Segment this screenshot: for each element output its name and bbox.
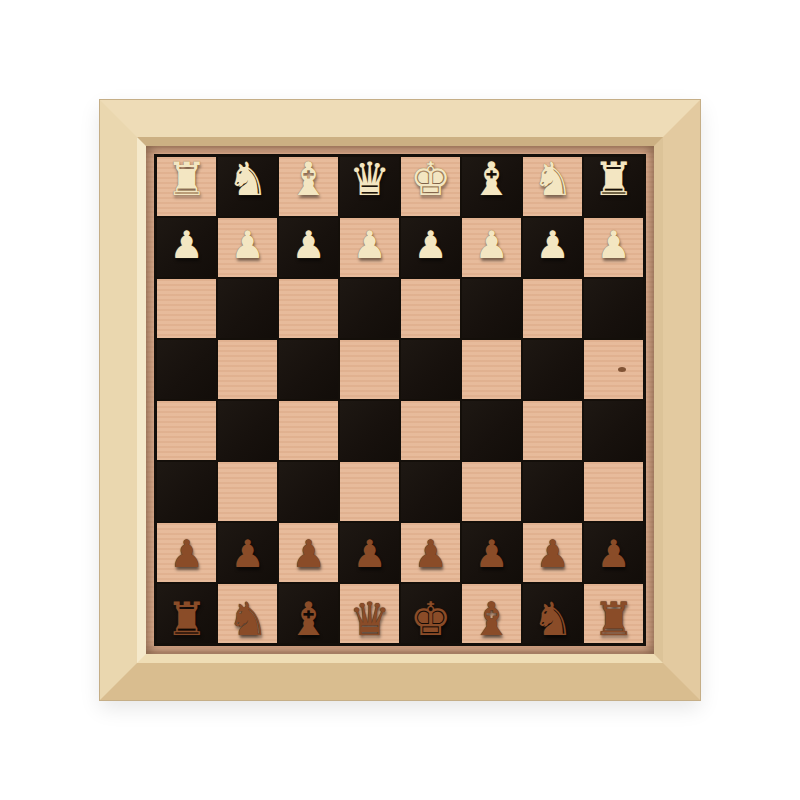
square-e2: ♟ — [401, 523, 460, 582]
square-c5 — [279, 340, 338, 399]
square-f5 — [462, 340, 521, 399]
square-f7: ♟ — [462, 218, 521, 277]
square-c7: ♟ — [279, 218, 338, 277]
light-rook-a8: ♜ — [166, 156, 207, 202]
square-e8: ♚ — [401, 157, 460, 216]
square-b7: ♟ — [218, 218, 277, 277]
dark-knight-g1: ♞ — [532, 596, 573, 642]
light-pawn-c7: ♟ — [291, 226, 325, 264]
square-e5 — [401, 340, 460, 399]
square-c1: ♝ — [279, 584, 338, 643]
square-h7: ♟ — [584, 218, 643, 277]
dark-pawn-g2: ♟ — [535, 535, 569, 573]
square-e6 — [401, 279, 460, 338]
square-a1: ♜ — [157, 584, 216, 643]
square-e4 — [401, 401, 460, 460]
dark-pawn-b2: ♟ — [230, 535, 264, 573]
dark-pawn-h2: ♟ — [596, 535, 630, 573]
square-d3 — [340, 462, 399, 521]
square-g4 — [523, 401, 582, 460]
square-e3 — [401, 462, 460, 521]
square-d2: ♟ — [340, 523, 399, 582]
square-d1: ♛ — [340, 584, 399, 643]
square-a2: ♟ — [157, 523, 216, 582]
square-f2: ♟ — [462, 523, 521, 582]
square-h8: ♜ — [584, 157, 643, 216]
square-a8: ♜ — [157, 157, 216, 216]
square-h2: ♟ — [584, 523, 643, 582]
dark-pawn-f2: ♟ — [474, 535, 508, 573]
light-pawn-f7: ♟ — [474, 226, 508, 264]
square-b1: ♞ — [218, 584, 277, 643]
dark-rook-a1: ♜ — [166, 596, 207, 642]
chess-board-grid: ♜♞♝♛♚♝♞♜♟♟♟♟♟♟♟♟♟♟♟♟♟♟♟♟♜♞♝♛♚♝♞♜ — [154, 154, 646, 646]
dark-bishop-f1: ♝ — [471, 596, 512, 642]
square-b2: ♟ — [218, 523, 277, 582]
dark-pawn-e2: ♟ — [413, 535, 447, 573]
square-h4 — [584, 401, 643, 460]
square-b4 — [218, 401, 277, 460]
square-d7: ♟ — [340, 218, 399, 277]
light-rook-h8: ♜ — [593, 156, 634, 202]
square-b6 — [218, 279, 277, 338]
square-g1: ♞ — [523, 584, 582, 643]
light-pawn-d7: ♟ — [352, 226, 386, 264]
light-knight-b8: ♞ — [227, 156, 268, 202]
light-bishop-c8: ♝ — [288, 156, 329, 202]
square-c2: ♟ — [279, 523, 338, 582]
light-knight-g8: ♞ — [532, 156, 573, 202]
wood-knot — [618, 367, 626, 372]
square-f4 — [462, 401, 521, 460]
light-king-e8: ♚ — [410, 156, 451, 202]
square-h3 — [584, 462, 643, 521]
square-d4 — [340, 401, 399, 460]
light-bishop-f8: ♝ — [471, 156, 512, 202]
square-d8: ♛ — [340, 157, 399, 216]
light-pawn-a7: ♟ — [169, 226, 203, 264]
square-a6 — [157, 279, 216, 338]
dark-rook-h1: ♜ — [593, 596, 634, 642]
square-a3 — [157, 462, 216, 521]
square-c6 — [279, 279, 338, 338]
square-c4 — [279, 401, 338, 460]
square-b3 — [218, 462, 277, 521]
square-g3 — [523, 462, 582, 521]
square-e7: ♟ — [401, 218, 460, 277]
square-f1: ♝ — [462, 584, 521, 643]
square-h1: ♜ — [584, 584, 643, 643]
square-g2: ♟ — [523, 523, 582, 582]
board-surface: ♜♞♝♛♚♝♞♜♟♟♟♟♟♟♟♟♟♟♟♟♟♟♟♟♜♞♝♛♚♝♞♜ — [146, 146, 654, 654]
wooden-box-frame: ♜♞♝♛♚♝♞♜♟♟♟♟♟♟♟♟♟♟♟♟♟♟♟♟♜♞♝♛♚♝♞♜ — [100, 100, 700, 700]
square-b8: ♞ — [218, 157, 277, 216]
frame-inner-bevel: ♜♞♝♛♚♝♞♜♟♟♟♟♟♟♟♟♟♟♟♟♟♟♟♟♜♞♝♛♚♝♞♜ — [137, 137, 663, 663]
dark-bishop-c1: ♝ — [288, 596, 329, 642]
square-d6 — [340, 279, 399, 338]
dark-king-e1: ♚ — [410, 596, 451, 642]
light-queen-d8: ♛ — [349, 156, 390, 202]
square-b5 — [218, 340, 277, 399]
light-pawn-b7: ♟ — [230, 226, 264, 264]
square-g6 — [523, 279, 582, 338]
dark-knight-b1: ♞ — [227, 596, 268, 642]
light-pawn-h7: ♟ — [596, 226, 630, 264]
light-pawn-g7: ♟ — [535, 226, 569, 264]
square-a4 — [157, 401, 216, 460]
square-g7: ♟ — [523, 218, 582, 277]
square-a5 — [157, 340, 216, 399]
square-h6 — [584, 279, 643, 338]
square-f6 — [462, 279, 521, 338]
square-d5 — [340, 340, 399, 399]
square-c3 — [279, 462, 338, 521]
square-c8: ♝ — [279, 157, 338, 216]
light-pawn-e7: ♟ — [413, 226, 447, 264]
square-f8: ♝ — [462, 157, 521, 216]
square-h5 — [584, 340, 643, 399]
square-a7: ♟ — [157, 218, 216, 277]
dark-pawn-d2: ♟ — [352, 535, 386, 573]
dark-pawn-c2: ♟ — [291, 535, 325, 573]
dark-pawn-a2: ♟ — [169, 535, 203, 573]
square-f3 — [462, 462, 521, 521]
square-g5 — [523, 340, 582, 399]
square-g8: ♞ — [523, 157, 582, 216]
dark-queen-d1: ♛ — [349, 596, 390, 642]
square-e1: ♚ — [401, 584, 460, 643]
